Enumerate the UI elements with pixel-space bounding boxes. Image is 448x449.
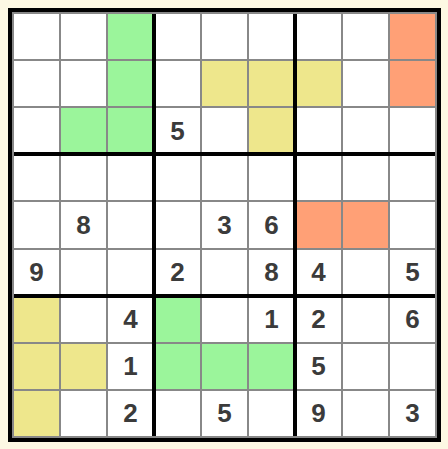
cell-r4c7[interactable]: [296, 155, 341, 200]
cell-r4c8[interactable]: [343, 155, 388, 200]
cell-r5c4[interactable]: [155, 202, 200, 247]
cell-r9c8[interactable]: [343, 391, 388, 436]
cell-r5c8[interactable]: [343, 202, 388, 247]
cell-r1c9[interactable]: [390, 14, 435, 59]
cell-r6c5[interactable]: [202, 250, 247, 295]
cell-r5c9[interactable]: [390, 202, 435, 247]
cell-r2c5[interactable]: [202, 61, 247, 106]
cell-r4c9[interactable]: [390, 155, 435, 200]
cell-r4c6[interactable]: [249, 155, 294, 200]
cell-r1c1[interactable]: [14, 14, 59, 59]
cell-r7c4[interactable]: [155, 297, 200, 342]
sudoku-board: 5836928454126152593: [8, 8, 441, 442]
cell-r1c7[interactable]: [296, 14, 341, 59]
cell-r8c3[interactable]: 1: [108, 344, 153, 389]
cell-r1c5[interactable]: [202, 14, 247, 59]
cell-r3c7[interactable]: [296, 108, 341, 153]
cell-r7c3[interactable]: 4: [108, 297, 153, 342]
cell-r1c4[interactable]: [155, 14, 200, 59]
cell-r2c4[interactable]: [155, 61, 200, 106]
cell-r9c4[interactable]: [155, 391, 200, 436]
sudoku-grid: 5836928454126152593: [14, 14, 435, 436]
cell-r2c1[interactable]: [14, 61, 59, 106]
cell-r2c6[interactable]: [249, 61, 294, 106]
cell-r3c2[interactable]: [61, 108, 106, 153]
cell-r6c6[interactable]: 8: [249, 250, 294, 295]
cell-r8c2[interactable]: [61, 344, 106, 389]
cell-r3c3[interactable]: [108, 108, 153, 153]
cell-r3c8[interactable]: [343, 108, 388, 153]
cell-r9c2[interactable]: [61, 391, 106, 436]
cell-r7c7[interactable]: 2: [296, 297, 341, 342]
cell-r4c4[interactable]: [155, 155, 200, 200]
cell-r6c1[interactable]: 9: [14, 250, 59, 295]
cell-r5c7[interactable]: [296, 202, 341, 247]
cell-r8c4[interactable]: [155, 344, 200, 389]
cell-r3c6[interactable]: [249, 108, 294, 153]
cell-r2c2[interactable]: [61, 61, 106, 106]
cell-r7c9[interactable]: 6: [390, 297, 435, 342]
cell-r6c9[interactable]: 5: [390, 250, 435, 295]
cell-r3c9[interactable]: [390, 108, 435, 153]
cell-r9c5[interactable]: 5: [202, 391, 247, 436]
cell-r9c6[interactable]: [249, 391, 294, 436]
cell-r5c1[interactable]: [14, 202, 59, 247]
cell-r3c1[interactable]: [14, 108, 59, 153]
cell-r5c3[interactable]: [108, 202, 153, 247]
cell-r8c5[interactable]: [202, 344, 247, 389]
page: { "game": "sudoku", "position": { "grid_…: [0, 0, 448, 449]
cell-r3c4[interactable]: 5: [155, 108, 200, 153]
cell-r8c7[interactable]: 5: [296, 344, 341, 389]
cell-r4c1[interactable]: [14, 155, 59, 200]
cell-r7c2[interactable]: [61, 297, 106, 342]
cell-r7c6[interactable]: 1: [249, 297, 294, 342]
cell-r6c3[interactable]: [108, 250, 153, 295]
cell-r6c8[interactable]: [343, 250, 388, 295]
cell-r1c3[interactable]: [108, 14, 153, 59]
cell-r9c3[interactable]: 2: [108, 391, 153, 436]
cell-r7c5[interactable]: [202, 297, 247, 342]
cell-r6c2[interactable]: [61, 250, 106, 295]
cell-r1c2[interactable]: [61, 14, 106, 59]
cell-r2c9[interactable]: [390, 61, 435, 106]
cell-r8c8[interactable]: [343, 344, 388, 389]
cell-r8c6[interactable]: [249, 344, 294, 389]
cell-r1c8[interactable]: [343, 14, 388, 59]
cell-r1c6[interactable]: [249, 14, 294, 59]
cell-r6c4[interactable]: 2: [155, 250, 200, 295]
cell-r8c1[interactable]: [14, 344, 59, 389]
cell-r5c6[interactable]: 6: [249, 202, 294, 247]
cell-r2c3[interactable]: [108, 61, 153, 106]
cell-r9c9[interactable]: 3: [390, 391, 435, 436]
cell-r4c5[interactable]: [202, 155, 247, 200]
cell-r2c8[interactable]: [343, 61, 388, 106]
cell-r3c5[interactable]: [202, 108, 247, 153]
cell-r4c2[interactable]: [61, 155, 106, 200]
cell-r6c7[interactable]: 4: [296, 250, 341, 295]
cell-r8c9[interactable]: [390, 344, 435, 389]
cell-r2c7[interactable]: [296, 61, 341, 106]
cell-r5c2[interactable]: 8: [61, 202, 106, 247]
cell-r7c1[interactable]: [14, 297, 59, 342]
cell-r7c8[interactable]: [343, 297, 388, 342]
cell-r9c1[interactable]: [14, 391, 59, 436]
cell-r5c5[interactable]: 3: [202, 202, 247, 247]
cell-r4c3[interactable]: [108, 155, 153, 200]
cell-r9c7[interactable]: 9: [296, 391, 341, 436]
